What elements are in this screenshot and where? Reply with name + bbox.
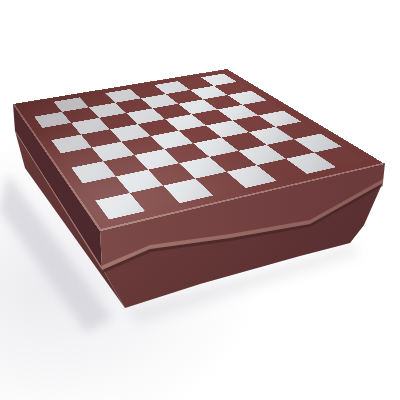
chess-box-photo xyxy=(0,0,400,400)
